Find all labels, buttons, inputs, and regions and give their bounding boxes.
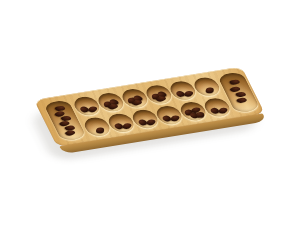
seed: [131, 99, 144, 106]
seed: [96, 127, 105, 133]
seed: [169, 115, 180, 122]
seed: [236, 97, 249, 104]
seed: [87, 106, 98, 113]
seed: [107, 103, 120, 110]
seed: [206, 87, 215, 93]
seed: [228, 79, 241, 86]
seed: [196, 112, 204, 118]
seed: [145, 119, 156, 126]
pit-grid: [70, 75, 233, 138]
seed: [217, 107, 228, 114]
product-photo: [0, 0, 300, 251]
seed: [235, 91, 247, 97]
seed: [155, 95, 168, 102]
mancala-board: [34, 67, 265, 148]
seed: [183, 90, 194, 97]
seed: [121, 123, 132, 130]
